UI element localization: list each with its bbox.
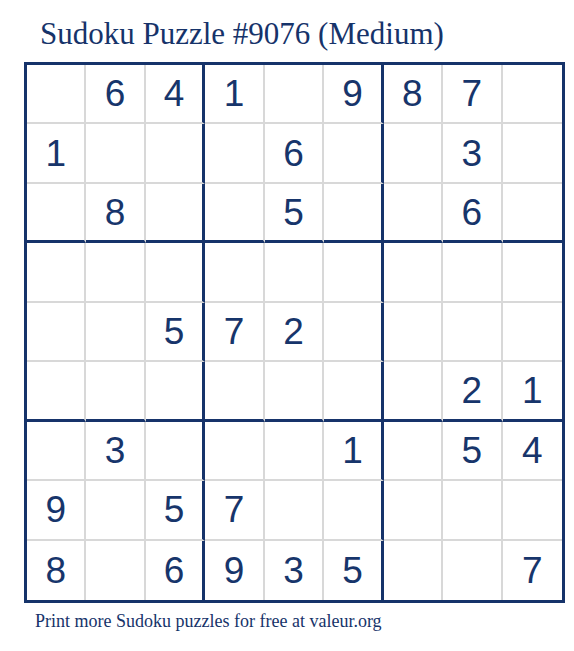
cell-r6c8: 2 xyxy=(443,362,502,421)
cell-r3c7 xyxy=(384,184,443,243)
cell-r2c3 xyxy=(146,124,205,183)
cell-r8c6 xyxy=(324,481,383,540)
cell-r2c6 xyxy=(324,124,383,183)
cell-r7c8: 5 xyxy=(443,422,502,481)
cell-r4c5 xyxy=(265,243,324,302)
cell-r4c2 xyxy=(86,243,145,302)
cell-r8c2 xyxy=(86,481,145,540)
cell-r3c3 xyxy=(146,184,205,243)
cell-r9c2 xyxy=(86,541,145,600)
cell-r5c3: 5 xyxy=(146,303,205,362)
cell-r3c6 xyxy=(324,184,383,243)
cell-r1c5 xyxy=(265,65,324,124)
cell-r7c9: 4 xyxy=(503,422,562,481)
cell-r5c8 xyxy=(443,303,502,362)
cell-r4c4 xyxy=(205,243,264,302)
cell-r3c4 xyxy=(205,184,264,243)
cell-r2c1: 1 xyxy=(27,124,86,183)
cell-r1c6: 9 xyxy=(324,65,383,124)
cell-r9c5: 3 xyxy=(265,541,324,600)
cell-r5c6 xyxy=(324,303,383,362)
cell-r2c7 xyxy=(384,124,443,183)
cell-r2c9 xyxy=(503,124,562,183)
cell-r1c3: 4 xyxy=(146,65,205,124)
cell-r5c7 xyxy=(384,303,443,362)
cell-r1c8: 7 xyxy=(443,65,502,124)
cell-r1c4: 1 xyxy=(205,65,264,124)
cell-r2c2 xyxy=(86,124,145,183)
cell-r3c2: 8 xyxy=(86,184,145,243)
cell-r8c7 xyxy=(384,481,443,540)
cell-r9c9: 7 xyxy=(503,541,562,600)
cell-r6c7 xyxy=(384,362,443,421)
cell-r1c9 xyxy=(503,65,562,124)
footer-text: Print more Sudoku puzzles for free at va… xyxy=(35,611,382,632)
cell-r4c8 xyxy=(443,243,502,302)
cell-r4c7 xyxy=(384,243,443,302)
cell-r6c9: 1 xyxy=(503,362,562,421)
cell-r8c8 xyxy=(443,481,502,540)
cell-r5c5: 2 xyxy=(265,303,324,362)
cell-r3c8: 6 xyxy=(443,184,502,243)
cell-r8c4: 7 xyxy=(205,481,264,540)
cell-r8c5 xyxy=(265,481,324,540)
cell-r7c1 xyxy=(27,422,86,481)
cell-r5c2 xyxy=(86,303,145,362)
cell-r5c9 xyxy=(503,303,562,362)
cell-r6c6 xyxy=(324,362,383,421)
cell-r8c9 xyxy=(503,481,562,540)
cell-r9c6: 5 xyxy=(324,541,383,600)
cell-r7c3 xyxy=(146,422,205,481)
cell-r1c1 xyxy=(27,65,86,124)
cell-r5c1 xyxy=(27,303,86,362)
cell-r4c9 xyxy=(503,243,562,302)
cell-r7c4 xyxy=(205,422,264,481)
cell-r9c4: 9 xyxy=(205,541,264,600)
sudoku-page: Sudoku Puzzle #9076 (Medium) 64198716385… xyxy=(0,0,574,651)
cell-r6c4 xyxy=(205,362,264,421)
page-title: Sudoku Puzzle #9076 (Medium) xyxy=(40,16,444,52)
cell-r4c3 xyxy=(146,243,205,302)
cell-r7c5 xyxy=(265,422,324,481)
cell-r7c7 xyxy=(384,422,443,481)
cell-r1c2: 6 xyxy=(86,65,145,124)
cell-r9c7 xyxy=(384,541,443,600)
cell-r6c5 xyxy=(265,362,324,421)
cell-r7c6: 1 xyxy=(324,422,383,481)
cell-r4c1 xyxy=(27,243,86,302)
cell-r6c2 xyxy=(86,362,145,421)
cell-r1c7: 8 xyxy=(384,65,443,124)
cell-r8c1: 9 xyxy=(27,481,86,540)
cell-r8c3: 5 xyxy=(146,481,205,540)
cell-r3c1 xyxy=(27,184,86,243)
cell-r3c5: 5 xyxy=(265,184,324,243)
cell-r6c3 xyxy=(146,362,205,421)
cell-r9c8 xyxy=(443,541,502,600)
cell-r2c4 xyxy=(205,124,264,183)
cell-r9c1: 8 xyxy=(27,541,86,600)
cell-r7c2: 3 xyxy=(86,422,145,481)
cell-r9c3: 6 xyxy=(146,541,205,600)
sudoku-board: 641987163856572213154957869357 xyxy=(24,62,565,603)
cell-r4c6 xyxy=(324,243,383,302)
cell-r6c1 xyxy=(27,362,86,421)
cell-r2c8: 3 xyxy=(443,124,502,183)
cell-r2c5: 6 xyxy=(265,124,324,183)
cell-r5c4: 7 xyxy=(205,303,264,362)
cell-r3c9 xyxy=(503,184,562,243)
